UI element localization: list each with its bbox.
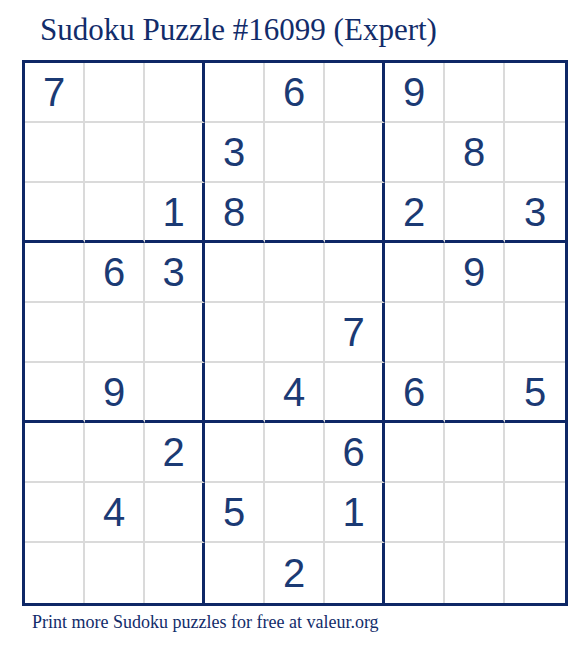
cell-r1-c8 bbox=[445, 63, 505, 123]
cell-r1-c4 bbox=[205, 63, 265, 123]
cell-r6-c3 bbox=[145, 363, 205, 423]
cell-r7-c3: 2 bbox=[145, 423, 205, 483]
cell-r4-c5 bbox=[265, 243, 325, 303]
cell-r9-c9 bbox=[505, 543, 565, 603]
cell-r4-c7 bbox=[385, 243, 445, 303]
cell-r3-c4: 8 bbox=[205, 183, 265, 243]
cell-r3-c9: 3 bbox=[505, 183, 565, 243]
cell-r6-c7: 6 bbox=[385, 363, 445, 423]
cell-r2-c4: 3 bbox=[205, 123, 265, 183]
cell-r1-c3 bbox=[145, 63, 205, 123]
cell-r8-c2: 4 bbox=[85, 483, 145, 543]
cell-r1-c7: 9 bbox=[385, 63, 445, 123]
cell-r8-c7 bbox=[385, 483, 445, 543]
cell-r6-c8 bbox=[445, 363, 505, 423]
cell-r4-c8: 9 bbox=[445, 243, 505, 303]
cell-r6-c6 bbox=[325, 363, 385, 423]
cell-r6-c4 bbox=[205, 363, 265, 423]
cell-r4-c9 bbox=[505, 243, 565, 303]
cell-r1-c2 bbox=[85, 63, 145, 123]
cell-r2-c5 bbox=[265, 123, 325, 183]
cell-r4-c4 bbox=[205, 243, 265, 303]
cell-r2-c6 bbox=[325, 123, 385, 183]
cell-r2-c9 bbox=[505, 123, 565, 183]
cell-r1-c9 bbox=[505, 63, 565, 123]
cell-r7-c1 bbox=[25, 423, 85, 483]
cell-r7-c5 bbox=[265, 423, 325, 483]
cell-r7-c2 bbox=[85, 423, 145, 483]
page-title: Sudoku Puzzle #16099 (Expert) bbox=[40, 12, 437, 48]
cell-r1-c1: 7 bbox=[25, 63, 85, 123]
cell-r9-c3 bbox=[145, 543, 205, 603]
cell-r3-c8 bbox=[445, 183, 505, 243]
cell-r9-c5: 2 bbox=[265, 543, 325, 603]
cell-r9-c8 bbox=[445, 543, 505, 603]
cell-r8-c1 bbox=[25, 483, 85, 543]
cell-r8-c4: 5 bbox=[205, 483, 265, 543]
cell-r6-c5: 4 bbox=[265, 363, 325, 423]
cell-r4-c6 bbox=[325, 243, 385, 303]
cell-r1-c6 bbox=[325, 63, 385, 123]
cell-r7-c6: 6 bbox=[325, 423, 385, 483]
cell-r3-c5 bbox=[265, 183, 325, 243]
cell-r7-c8 bbox=[445, 423, 505, 483]
cell-r6-c9: 5 bbox=[505, 363, 565, 423]
cell-r2-c1 bbox=[25, 123, 85, 183]
cell-r3-c1 bbox=[25, 183, 85, 243]
cell-r7-c9 bbox=[505, 423, 565, 483]
cell-r5-c5 bbox=[265, 303, 325, 363]
cell-r8-c6: 1 bbox=[325, 483, 385, 543]
cell-r9-c2 bbox=[85, 543, 145, 603]
cell-r5-c9 bbox=[505, 303, 565, 363]
sudoku-page: Sudoku Puzzle #16099 (Expert) 7693818236… bbox=[0, 0, 580, 651]
cell-r5-c1 bbox=[25, 303, 85, 363]
cell-r3-c3: 1 bbox=[145, 183, 205, 243]
cell-r5-c4 bbox=[205, 303, 265, 363]
cell-r5-c6: 7 bbox=[325, 303, 385, 363]
cell-r7-c4 bbox=[205, 423, 265, 483]
cell-r8-c8 bbox=[445, 483, 505, 543]
cell-r8-c9 bbox=[505, 483, 565, 543]
cell-r5-c8 bbox=[445, 303, 505, 363]
cell-r9-c1 bbox=[25, 543, 85, 603]
cell-r1-c5: 6 bbox=[265, 63, 325, 123]
cell-r2-c2 bbox=[85, 123, 145, 183]
cell-r9-c7 bbox=[385, 543, 445, 603]
cell-r3-c2 bbox=[85, 183, 145, 243]
cell-r8-c5 bbox=[265, 483, 325, 543]
cell-r4-c1 bbox=[25, 243, 85, 303]
cell-r3-c7: 2 bbox=[385, 183, 445, 243]
cell-r6-c1 bbox=[25, 363, 85, 423]
sudoku-grid: 76938182363979465264512 bbox=[22, 60, 568, 606]
cell-r9-c4 bbox=[205, 543, 265, 603]
cell-r2-c8: 8 bbox=[445, 123, 505, 183]
cell-r4-c3: 3 bbox=[145, 243, 205, 303]
cell-r8-c3 bbox=[145, 483, 205, 543]
footer-text: Print more Sudoku puzzles for free at va… bbox=[32, 612, 379, 633]
cell-r4-c2: 6 bbox=[85, 243, 145, 303]
cell-r9-c6 bbox=[325, 543, 385, 603]
cell-r5-c3 bbox=[145, 303, 205, 363]
cell-r2-c3 bbox=[145, 123, 205, 183]
cell-r7-c7 bbox=[385, 423, 445, 483]
cell-r3-c6 bbox=[325, 183, 385, 243]
cell-r5-c7 bbox=[385, 303, 445, 363]
cell-r6-c2: 9 bbox=[85, 363, 145, 423]
cell-r5-c2 bbox=[85, 303, 145, 363]
cell-r2-c7 bbox=[385, 123, 445, 183]
